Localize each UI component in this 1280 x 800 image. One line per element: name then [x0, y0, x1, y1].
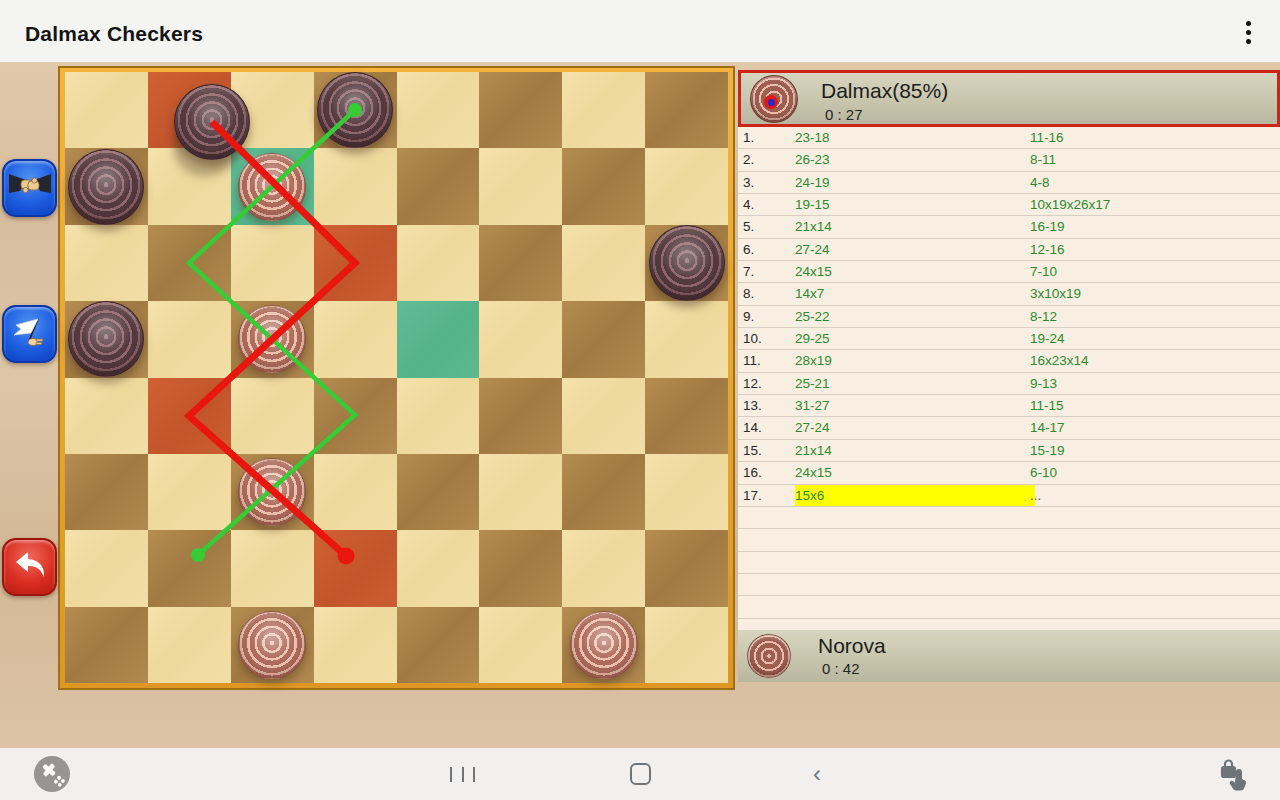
move-black-col[interactable]: 3x10x19: [1030, 283, 1081, 304]
move-black-col[interactable]: 8-11: [1030, 149, 1056, 170]
dark-square-3[interactable]: [479, 72, 562, 148]
move-row-empty: [738, 574, 1280, 596]
square-4-2[interactable]: [231, 378, 314, 454]
dark-square-22[interactable]: [231, 454, 314, 530]
undo-button[interactable]: [2, 538, 57, 596]
game-controller-icon[interactable]: [30, 748, 74, 800]
move-white-col[interactable]: 19-15: [795, 194, 830, 215]
move-number: 11.: [743, 350, 761, 371]
square-2-4[interactable]: [397, 225, 480, 301]
move-number: 10.: [743, 328, 762, 349]
move-black-col[interactable]: 14-17: [1030, 417, 1065, 438]
move-number: 17.: [743, 485, 762, 506]
square-0-2[interactable]: [231, 72, 314, 148]
move-white-col[interactable]: 25-21: [795, 373, 830, 394]
dark-square-27[interactable]: [479, 530, 562, 606]
square-4-6[interactable]: [562, 378, 645, 454]
square-6-2[interactable]: [231, 530, 314, 606]
move-row-13[interactable]: 13.31-2711-15: [738, 395, 1280, 417]
move-number: 8.: [743, 283, 754, 304]
move-row-empty: [738, 529, 1280, 551]
home-icon[interactable]: [618, 748, 662, 800]
dark-square-10[interactable]: [314, 225, 397, 301]
dark-square-14[interactable]: [231, 301, 314, 377]
square-1-7[interactable]: [645, 148, 728, 224]
move-row-15[interactable]: 15.21x1415-19: [738, 440, 1280, 462]
dark-square-24[interactable]: [562, 454, 645, 530]
dark-square-4[interactable]: [645, 72, 728, 148]
move-row-7[interactable]: 7.24x157-10: [738, 261, 1280, 283]
undo-arrow-icon: [11, 549, 49, 585]
square-3-1[interactable]: [148, 301, 231, 377]
dark-square-15[interactable]: [397, 301, 480, 377]
resign-button[interactable]: [2, 305, 57, 363]
checker-piece-icon: [750, 75, 798, 123]
move-white-col[interactable]: 21x14: [795, 440, 832, 461]
move-black-col[interactable]: 9-13: [1030, 373, 1057, 394]
move-number: 7.: [743, 261, 754, 282]
move-row-2[interactable]: 2.26-238-11: [738, 149, 1280, 171]
square-7-7[interactable]: [645, 607, 728, 683]
square-0-4[interactable]: [397, 72, 480, 148]
move-row-10[interactable]: 10.29-2519-24: [738, 328, 1280, 350]
dark-square-5[interactable]: [65, 148, 148, 224]
move-white-col[interactable]: 29-25: [795, 328, 830, 349]
square-3-7[interactable]: [645, 301, 728, 377]
square-5-1[interactable]: [148, 454, 231, 530]
dark-square-20[interactable]: [645, 378, 728, 454]
move-white-col[interactable]: 26-23: [795, 149, 830, 170]
dark-square-29[interactable]: [65, 607, 148, 683]
square-1-5[interactable]: [479, 148, 562, 224]
move-white-col[interactable]: 21x14: [795, 216, 832, 237]
square-1-1[interactable]: [148, 148, 231, 224]
square-4-0[interactable]: [65, 378, 148, 454]
move-row-empty: [738, 619, 1280, 630]
dark-square-26[interactable]: [314, 530, 397, 606]
move-number: 14.: [743, 417, 762, 438]
square-6-4[interactable]: [397, 530, 480, 606]
dark-square-13[interactable]: [65, 301, 148, 377]
square-7-5[interactable]: [479, 607, 562, 683]
square-3-3[interactable]: [314, 301, 397, 377]
move-white-col[interactable]: 27-24: [795, 239, 830, 260]
move-white-col[interactable]: 31-27: [795, 395, 830, 416]
dark-square-2[interactable]: [314, 72, 397, 148]
move-white-col[interactable]: 24-19: [795, 172, 830, 193]
move-black-col[interactable]: ...: [1030, 485, 1041, 506]
dark-square-25[interactable]: [148, 530, 231, 606]
square-6-6[interactable]: [562, 530, 645, 606]
navigation-bar: ‹: [0, 748, 1280, 800]
move-number: 4.: [743, 194, 754, 215]
move-row-3[interactable]: 3.24-194-8: [738, 172, 1280, 194]
dark-square-23[interactable]: [397, 454, 480, 530]
dark-square-19[interactable]: [479, 378, 562, 454]
move-row-empty: [738, 552, 1280, 574]
square-2-0[interactable]: [65, 225, 148, 301]
square-0-6[interactable]: [562, 72, 645, 148]
move-row-14[interactable]: 14.27-2414-17: [738, 417, 1280, 439]
move-black-col[interactable]: 15-19: [1030, 440, 1065, 461]
move-row-6[interactable]: 6.27-2412-16: [738, 239, 1280, 261]
player-name: Dalmax(85%): [821, 79, 948, 103]
move-black-col[interactable]: 10x19x26x17: [1030, 194, 1110, 215]
move-row-12[interactable]: 12.25-219-13: [738, 373, 1280, 395]
move-row-16[interactable]: 16.24x156-10: [738, 462, 1280, 484]
dark-square-31[interactable]: [397, 607, 480, 683]
checkers-board[interactable]: [65, 72, 728, 683]
dark-square-32[interactable]: [562, 607, 645, 683]
recents-icon[interactable]: [444, 748, 484, 800]
dark-square-16[interactable]: [562, 301, 645, 377]
square-2-6[interactable]: [562, 225, 645, 301]
move-number: 16.: [743, 462, 762, 483]
square-0-0[interactable]: [65, 72, 148, 148]
move-number: 13.: [743, 395, 762, 416]
move-white-col[interactable]: 24x15: [795, 462, 832, 483]
move-white-col[interactable]: 27-24: [795, 417, 830, 438]
move-row-17[interactable]: 17.15x6...: [738, 485, 1280, 507]
square-5-5[interactable]: [479, 454, 562, 530]
player-card-dalmax[interactable]: Dalmax(85%) 0 : 27: [738, 70, 1280, 127]
player-clock: 0 : 42: [822, 660, 860, 677]
dark-square-12[interactable]: [645, 225, 728, 301]
dark-square-8[interactable]: [562, 148, 645, 224]
move-row-9[interactable]: 9.25-228-12: [738, 306, 1280, 328]
move-black-col[interactable]: 7-10: [1030, 261, 1057, 282]
move-row-11[interactable]: 11.28x1916x23x14: [738, 350, 1280, 372]
move-black-col[interactable]: 16-19: [1030, 216, 1065, 237]
move-number: 6.: [743, 239, 754, 260]
move-white-col[interactable]: 28x19: [795, 350, 832, 371]
square-5-3[interactable]: [314, 454, 397, 530]
move-list[interactable]: 1.23-1811-162.26-238-113.24-194-84.19-15…: [738, 127, 1280, 630]
square-7-3[interactable]: [314, 607, 397, 683]
move-black-col[interactable]: 8-12: [1030, 306, 1057, 327]
dark-square-21[interactable]: [65, 454, 148, 530]
move-number: 2.: [743, 149, 754, 170]
move-black-col[interactable]: 11-15: [1030, 395, 1064, 416]
handshake-icon: [9, 171, 51, 205]
dark-square-30[interactable]: [231, 607, 314, 683]
dark-square-6[interactable]: [231, 148, 314, 224]
dark-square-17[interactable]: [148, 378, 231, 454]
checker-piece-icon: [747, 634, 791, 678]
square-5-7[interactable]: [645, 454, 728, 530]
square-3-5[interactable]: [479, 301, 562, 377]
move-number: 9.: [743, 306, 754, 327]
square-4-4[interactable]: [397, 378, 480, 454]
player-clock: 0 : 27: [825, 106, 863, 123]
move-number: 5.: [743, 216, 754, 237]
dark-square-7[interactable]: [397, 148, 480, 224]
kebab-menu-icon[interactable]: [1238, 21, 1258, 47]
square-1-3[interactable]: [314, 148, 397, 224]
move-black-col[interactable]: 11-16: [1030, 127, 1064, 148]
move-black-col[interactable]: 19-24: [1030, 328, 1065, 349]
square-2-2[interactable]: [231, 225, 314, 301]
move-white-col[interactable]: 14x7: [795, 283, 824, 304]
dark-square-18[interactable]: [314, 378, 397, 454]
move-black-col[interactable]: 12-16: [1030, 239, 1065, 260]
white-flag-icon: [9, 316, 51, 352]
move-white-col[interactable]: 25-22: [795, 306, 830, 327]
move-number: 3.: [743, 172, 754, 193]
dark-square-1[interactable]: [148, 72, 231, 148]
move-black-col[interactable]: 16x23x14: [1030, 350, 1089, 371]
move-row-8[interactable]: 8.14x73x10x19: [738, 283, 1280, 305]
touch-lock-icon[interactable]: [1208, 748, 1258, 800]
move-row-empty: [738, 596, 1280, 618]
square-6-0[interactable]: [65, 530, 148, 606]
move-row-1[interactable]: 1.23-1811-16: [738, 127, 1280, 149]
move-black-col[interactable]: 4-8: [1030, 172, 1050, 193]
dark-square-11[interactable]: [479, 225, 562, 301]
move-row-empty: [738, 507, 1280, 529]
dark-square-28[interactable]: [645, 530, 728, 606]
square-7-1[interactable]: [148, 607, 231, 683]
player-name: Norova: [818, 634, 886, 658]
current-move-highlight[interactable]: 15x6: [795, 485, 1035, 506]
move-row-4[interactable]: 4.19-1510x19x26x17: [738, 194, 1280, 216]
move-number: 15.: [743, 440, 762, 461]
move-row-5[interactable]: 5.21x1416-19: [738, 216, 1280, 238]
draw-offer-button[interactable]: [2, 159, 57, 217]
dark-square-9[interactable]: [148, 225, 231, 301]
back-icon[interactable]: ‹: [796, 748, 838, 800]
move-number: 12.: [743, 373, 762, 394]
player-card-norova[interactable]: Norova 0 : 42: [738, 630, 1280, 682]
move-white-col[interactable]: 24x15: [795, 261, 832, 282]
move-black-col[interactable]: 6-10: [1030, 462, 1057, 483]
app-bar: Dalmax Checkers: [0, 0, 1280, 63]
move-white-col[interactable]: 23-18: [795, 127, 830, 148]
move-number: 1.: [743, 127, 754, 148]
app-title: Dalmax Checkers: [25, 22, 203, 46]
